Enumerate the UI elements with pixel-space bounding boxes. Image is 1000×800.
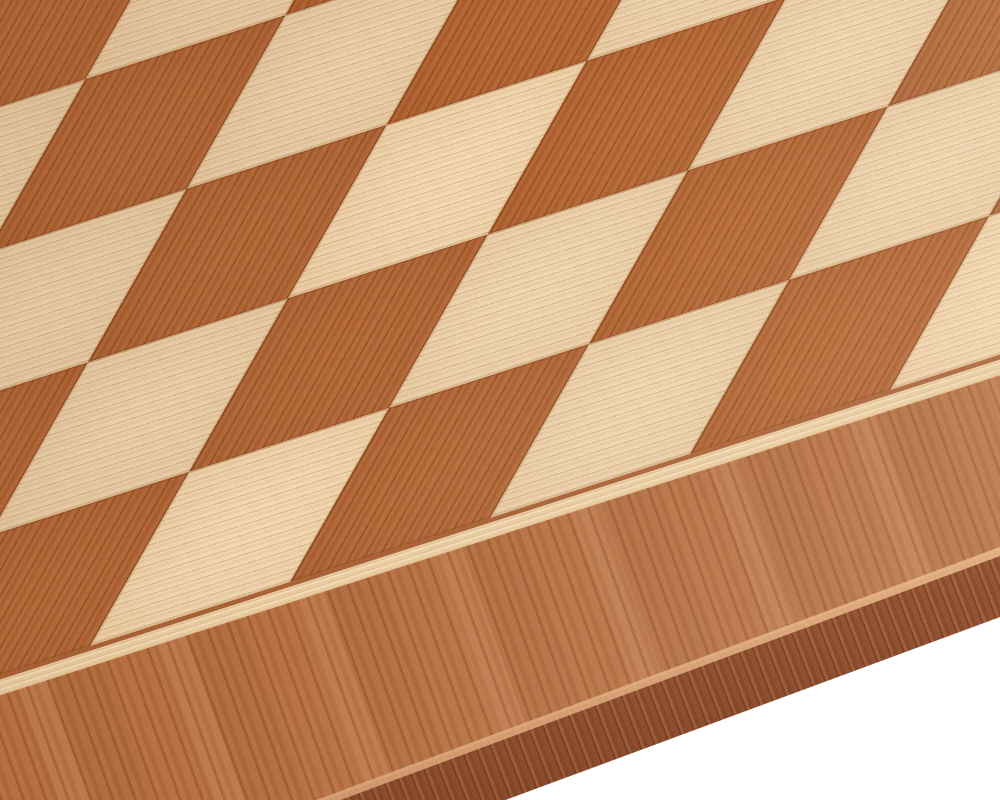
frame-gap-ring <box>0 0 1000 800</box>
chessboard-top-face <box>0 0 1000 800</box>
chess-board <box>0 0 1000 800</box>
playing-field-assembly <box>0 0 1000 800</box>
product-photo-scene <box>0 0 1000 800</box>
